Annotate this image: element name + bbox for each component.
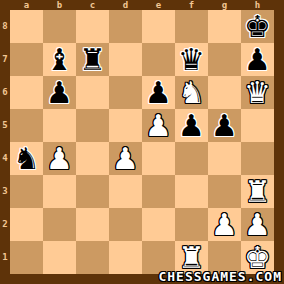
square-d1[interactable] <box>109 241 142 274</box>
square-h8[interactable]: ♚ <box>241 10 274 43</box>
rank-label-8: 8 <box>0 10 10 43</box>
square-c3[interactable] <box>76 175 109 208</box>
rank-label-2: 2 <box>0 208 10 241</box>
rank-label-1: 1 <box>0 241 10 274</box>
square-b8[interactable] <box>43 10 76 43</box>
square-h6[interactable]: ♛ <box>241 76 274 109</box>
square-d5[interactable] <box>109 109 142 142</box>
piece-white-pawn: ♟ <box>109 142 142 175</box>
square-d7[interactable] <box>109 43 142 76</box>
square-g5[interactable]: ♟ <box>208 109 241 142</box>
piece-white-rook: ♜ <box>241 175 274 208</box>
square-d8[interactable] <box>109 10 142 43</box>
square-a2[interactable] <box>10 208 43 241</box>
piece-black-pawn: ♟ <box>175 109 208 142</box>
square-e5[interactable]: ♟ <box>142 109 175 142</box>
square-d4[interactable]: ♟ <box>109 142 142 175</box>
piece-black-king: ♚ <box>241 10 274 43</box>
square-f4[interactable] <box>175 142 208 175</box>
square-a3[interactable] <box>10 175 43 208</box>
piece-black-pawn: ♟ <box>142 76 175 109</box>
square-e8[interactable] <box>142 10 175 43</box>
square-h2[interactable]: ♟ <box>241 208 274 241</box>
watermark: CHESSGAMES.COM <box>158 269 282 284</box>
piece-white-knight: ♞ <box>175 76 208 109</box>
square-e4[interactable] <box>142 142 175 175</box>
piece-black-pawn: ♟ <box>208 109 241 142</box>
square-c8[interactable] <box>76 10 109 43</box>
piece-black-knight: ♞ <box>10 142 43 175</box>
square-f6[interactable]: ♞ <box>175 76 208 109</box>
square-f5[interactable]: ♟ <box>175 109 208 142</box>
piece-white-pawn: ♟ <box>43 142 76 175</box>
rank-label-7: 7 <box>0 43 10 76</box>
square-a6[interactable] <box>10 76 43 109</box>
square-c2[interactable] <box>76 208 109 241</box>
square-b3[interactable] <box>43 175 76 208</box>
piece-black-pawn: ♟ <box>43 76 76 109</box>
square-g7[interactable] <box>208 43 241 76</box>
piece-white-pawn: ♟ <box>241 208 274 241</box>
square-d3[interactable] <box>109 175 142 208</box>
square-e6[interactable]: ♟ <box>142 76 175 109</box>
square-g3[interactable] <box>208 175 241 208</box>
square-c4[interactable] <box>76 142 109 175</box>
square-c5[interactable] <box>76 109 109 142</box>
square-h7[interactable]: ♟ <box>241 43 274 76</box>
square-e7[interactable] <box>142 43 175 76</box>
rank-label-3: 3 <box>0 175 10 208</box>
square-b1[interactable] <box>43 241 76 274</box>
square-f2[interactable] <box>175 208 208 241</box>
square-g4[interactable] <box>208 142 241 175</box>
square-c1[interactable] <box>76 241 109 274</box>
square-c6[interactable] <box>76 76 109 109</box>
square-a8[interactable] <box>10 10 43 43</box>
piece-white-pawn: ♟ <box>208 208 241 241</box>
rank-label-6: 6 <box>0 76 10 109</box>
piece-black-pawn: ♟ <box>241 43 274 76</box>
square-b2[interactable] <box>43 208 76 241</box>
square-g6[interactable] <box>208 76 241 109</box>
piece-black-bishop: ♝ <box>43 43 76 76</box>
piece-black-queen: ♛ <box>175 43 208 76</box>
square-f8[interactable] <box>175 10 208 43</box>
square-b6[interactable]: ♟ <box>43 76 76 109</box>
square-b5[interactable] <box>43 109 76 142</box>
square-g2[interactable]: ♟ <box>208 208 241 241</box>
rank-label-4: 4 <box>0 142 10 175</box>
square-e2[interactable] <box>142 208 175 241</box>
rank-label-5: 5 <box>0 109 10 142</box>
chess-board: ♚♝♜♛♟♟♟♞♛♟♟♟♞♟♟♜♟♟♜♚ <box>10 10 274 274</box>
square-c7[interactable]: ♜ <box>76 43 109 76</box>
square-e3[interactable] <box>142 175 175 208</box>
file-coordinates: abcdefgh <box>10 0 274 10</box>
square-f3[interactable] <box>175 175 208 208</box>
square-a1[interactable] <box>10 241 43 274</box>
square-g8[interactable] <box>208 10 241 43</box>
square-b4[interactable]: ♟ <box>43 142 76 175</box>
piece-white-pawn: ♟ <box>142 109 175 142</box>
square-a5[interactable] <box>10 109 43 142</box>
piece-white-queen: ♛ <box>241 76 274 109</box>
square-a7[interactable] <box>10 43 43 76</box>
square-a4[interactable]: ♞ <box>10 142 43 175</box>
square-h4[interactable] <box>241 142 274 175</box>
square-d6[interactable] <box>109 76 142 109</box>
board-frame: abcdefgh 87654321 ♚♝♜♛♟♟♟♞♛♟♟♟♞♟♟♜♟♟♜♚ C… <box>0 0 284 284</box>
square-h5[interactable] <box>241 109 274 142</box>
square-d2[interactable] <box>109 208 142 241</box>
piece-black-rook: ♜ <box>76 43 109 76</box>
square-f7[interactable]: ♛ <box>175 43 208 76</box>
square-h3[interactable]: ♜ <box>241 175 274 208</box>
rank-coordinates: 87654321 <box>0 10 10 274</box>
square-b7[interactable]: ♝ <box>43 43 76 76</box>
